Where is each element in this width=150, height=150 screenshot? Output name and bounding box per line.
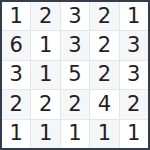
grid-cell-r3c3[interactable]: 5 <box>61 61 89 89</box>
grid-cell-r4c4[interactable]: 4 <box>90 90 118 118</box>
grid-cell-r1c2[interactable]: 2 <box>31 2 59 30</box>
grid-cell-r1c1[interactable]: 1 <box>2 2 30 30</box>
grid-cell-r3c2[interactable]: 1 <box>31 61 59 89</box>
grid-cell-r5c1[interactable]: 1 <box>2 120 30 148</box>
grid-cell-r2c5[interactable]: 3 <box>120 31 148 59</box>
grid-cell-r3c5[interactable]: 3 <box>120 61 148 89</box>
grid-cell-r1c4[interactable]: 2 <box>90 2 118 30</box>
grid-cell-r5c3[interactable]: 1 <box>61 120 89 148</box>
grid-cell-r3c4[interactable]: 2 <box>90 61 118 89</box>
grid-cell-r3c1[interactable]: 3 <box>2 61 30 89</box>
grid-cell-r1c5[interactable]: 1 <box>120 2 148 30</box>
grid-cell-r2c4[interactable]: 2 <box>90 31 118 59</box>
grid-cell-r4c5[interactable]: 2 <box>120 90 148 118</box>
grid-cell-r2c3[interactable]: 3 <box>61 31 89 59</box>
puzzle-grid: 1232161323315232224211111 <box>0 0 150 150</box>
grid-cell-r1c3[interactable]: 3 <box>61 2 89 30</box>
grid-cell-r2c1[interactable]: 6 <box>2 31 30 59</box>
grid-cell-r4c1[interactable]: 2 <box>2 90 30 118</box>
grid-cell-r4c3[interactable]: 2 <box>61 90 89 118</box>
grid-cell-r5c5[interactable]: 1 <box>120 120 148 148</box>
grid-cell-r5c2[interactable]: 1 <box>31 120 59 148</box>
grid-cell-r5c4[interactable]: 1 <box>90 120 118 148</box>
grid-cell-r4c2[interactable]: 2 <box>31 90 59 118</box>
grid-cell-r2c2[interactable]: 1 <box>31 31 59 59</box>
